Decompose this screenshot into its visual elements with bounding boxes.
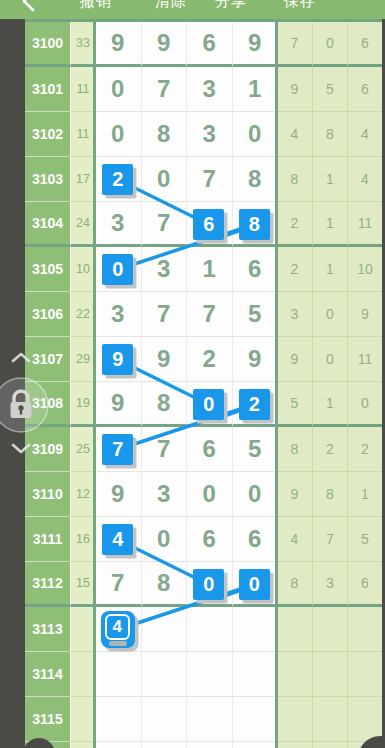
selected-digit[interactable]: 7 [102,434,133,465]
tail-cell: 8 [277,157,312,202]
digit-cell[interactable]: 9 [95,22,141,67]
digit-cell[interactable]: 6 [186,22,232,67]
digit-cell[interactable] [95,697,141,742]
digit-cell[interactable] [141,652,187,697]
period-cell: 3100 [25,22,70,67]
digit-cell[interactable]: 1 [232,67,278,112]
tail-cell: 9 [347,292,382,337]
tail-cell: 3 [312,562,347,607]
tail-cell: 11 [347,202,382,247]
table-row: 3106223775309 [25,292,382,337]
digit-cell[interactable] [186,742,232,748]
tail-cell: 4 [347,157,382,202]
tail-cell: 5 [277,382,312,427]
digit-cell[interactable]: 6 [186,427,232,472]
tail-cell: 2 [347,427,382,472]
digit-cell[interactable]: 9 [95,472,141,517]
tail-cell: 5 [347,517,382,562]
digit-cell[interactable] [186,652,232,697]
digit-cell[interactable]: 0 [95,112,141,157]
count-cell: 25 [70,427,95,472]
count-cell: 17 [70,157,95,202]
tail-cell: 10 [347,247,382,292]
table-row: 3102110830484 [25,112,382,157]
tail-cell: 1 [312,157,347,202]
period-cell: 3106 [25,292,70,337]
digit-cell[interactable]: 0 [141,157,187,202]
period-cell: 3115 [25,697,70,742]
digit-cell[interactable] [141,742,187,748]
period-cell: 3110 [25,472,70,517]
tail-cell: 4 [277,517,312,562]
lock-button[interactable] [0,348,51,463]
digit-cell[interactable]: 0 [141,517,187,562]
count-cell: 15 [70,562,95,607]
digit-cell[interactable]: 7 [95,562,141,607]
digit-cell[interactable]: 8 [141,382,187,427]
tail-cell: 6 [347,67,382,112]
digit-cell[interactable]: 9 [232,22,278,67]
count-cell: 19 [70,382,95,427]
period-cell: 3102 [25,112,70,157]
tail-cell: 9 [277,472,312,517]
tail-cell: 6 [347,22,382,67]
period-cell: 3103 [25,157,70,202]
tail-cell: 11 [347,337,382,382]
digit-cell[interactable]: 3 [186,67,232,112]
table-row: 3114 [25,652,382,697]
period-cell: 3101 [25,67,70,112]
table-row: 31072999299011 [25,337,382,382]
clear-button[interactable]: 清除 [155,0,187,11]
digit-cell[interactable] [141,697,187,742]
digit-cell[interactable] [186,697,232,742]
digit-cell[interactable] [141,607,187,652]
tail-cell: 0 [347,382,382,427]
table-row: 3103172078814 [25,157,382,202]
table-top-border [25,19,382,22]
digit-cell[interactable] [232,652,278,697]
digit-cell[interactable]: 8 [232,157,278,202]
selected-digit[interactable]: 0 [239,569,270,600]
back-icon[interactable] [14,0,64,16]
digit-cell[interactable]: 0 [95,67,141,112]
digit-cell[interactable]: 7 [141,67,187,112]
count-cell: 33 [70,22,95,67]
table-row: 31134 [25,607,382,652]
tail-cell: 1 [312,382,347,427]
tail-cell [347,652,382,697]
table-row: 3101110731956 [25,67,382,112]
digit-cell[interactable]: 1 [186,247,232,292]
count-cell: 12 [70,472,95,517]
tail-cell: 0 [312,292,347,337]
count-cell: 11 [70,112,95,157]
selected-digit[interactable]: 0 [193,569,224,600]
tail-cell: 3 [277,292,312,337]
digit-cell[interactable]: 6 [186,517,232,562]
tail-cell: 2 [312,427,347,472]
count-cell: 24 [70,202,95,247]
digit-cell[interactable]: 9 [232,337,278,382]
tail-cell: 4 [277,112,312,157]
tail-cell: 7 [277,22,312,67]
count-cell: 29 [70,337,95,382]
table-row: 31051003162110 [25,247,382,292]
tail-cell [277,742,312,748]
digit-cell[interactable]: 6 [232,247,278,292]
tail-cell [312,742,347,748]
tail-cell [277,697,312,742]
top-bar: 撤销 清除 分享 保存 [0,0,385,19]
count-cell: 11 [70,67,95,112]
digit-cell[interactable] [95,652,141,697]
table-row: 3110129300981 [25,472,382,517]
digit-cell[interactable] [232,697,278,742]
tail-cell [347,607,382,652]
digit-cell[interactable]: 7 [141,202,187,247]
tail-cell: 1 [312,247,347,292]
tail-cell [312,607,347,652]
tail-cell: 4 [347,112,382,157]
digit-cell[interactable]: 7 [186,157,232,202]
selected-digit[interactable]: 2 [102,164,133,195]
table-section-border-left [93,19,96,748]
tail-cell: 8 [277,427,312,472]
period-cell: 3104 [25,202,70,247]
marker-digit: 4 [105,614,130,640]
digit-cell[interactable]: 0 [186,472,232,517]
tail-cell: 1 [312,202,347,247]
period-cell: 3112 [25,562,70,607]
digit-cell[interactable]: 8 [141,562,187,607]
digit-cell[interactable]: 5 [232,427,278,472]
count-cell: 16 [70,517,95,562]
tail-cell [277,652,312,697]
table-row: 3109257765822 [25,427,382,472]
table-row: 3100339969706 [25,22,382,67]
tail-cell: 8 [312,472,347,517]
tail-cell: 9 [277,67,312,112]
selected-digit[interactable]: 4 [102,524,133,555]
period-cell: 3114 [25,652,70,697]
selected-digit[interactable]: 9 [102,344,133,375]
table-row: 3115 [25,697,382,742]
count-cell [70,652,95,697]
tail-cell: 5 [312,67,347,112]
digit-cell[interactable]: 6 [232,517,278,562]
table-row [25,742,382,748]
digit-cell[interactable] [232,742,278,748]
count-cell [70,607,95,652]
selected-digit-marker[interactable]: 4 [101,611,135,648]
digit-cell[interactable]: 3 [95,202,141,247]
expand-down-icon[interactable] [13,445,29,452]
tail-cell [312,697,347,742]
digit-cell[interactable]: 7 [141,292,187,337]
trend-chart-screen: 撤销 清除 分享 保存 3100339969706310111073195631… [0,0,385,748]
period-cell: 3113 [25,607,70,652]
tail-cell: 0 [312,337,347,382]
digit-cell[interactable]: 9 [95,382,141,427]
tail-cell: 7 [312,517,347,562]
tail-cell: 8 [277,562,312,607]
tail-cell: 9 [277,337,312,382]
digit-cell[interactable]: 3 [95,292,141,337]
count-cell: 22 [70,292,95,337]
tail-cell: 1 [347,472,382,517]
tail-cell: 6 [347,562,382,607]
selected-digit[interactable]: 2 [239,389,270,420]
period-cell: 3111 [25,517,70,562]
tail-cell: 0 [312,22,347,67]
count-cell [70,742,95,748]
digit-cell[interactable] [232,607,278,652]
selected-digit[interactable]: 0 [102,254,133,285]
expand-up-icon[interactable] [13,354,29,361]
tail-cell [277,607,312,652]
digit-cell[interactable]: 2 [186,337,232,382]
table-row: 3111164066475 [25,517,382,562]
tail-cell: 2 [277,247,312,292]
digit-cell[interactable]: 3 [141,247,187,292]
table-section-border-right [275,19,278,748]
digit-cell[interactable]: 8 [141,112,187,157]
share-button[interactable]: 分享 [215,0,247,11]
count-cell: 10 [70,247,95,292]
period-cell: 3105 [25,247,70,292]
digit-cell[interactable]: 0 [232,472,278,517]
tail-cell: 2 [277,202,312,247]
marker-drag-handle[interactable] [109,641,127,646]
selected-digit[interactable]: 8 [239,209,270,240]
digit-cell[interactable]: 9 [141,337,187,382]
selected-digit[interactable]: 0 [193,389,224,420]
digit-cell[interactable] [95,742,141,748]
tail-cell: 8 [312,112,347,157]
tail-cell [312,652,347,697]
digit-cell[interactable]: 0 [232,112,278,157]
undo-button[interactable]: 撤销 [80,0,112,11]
selected-digit[interactable]: 6 [193,209,224,240]
count-cell [70,697,95,742]
save-button[interactable]: 保存 [284,0,316,11]
chart-table: 3100339969706310111073195631021108304843… [25,22,382,748]
digit-cell[interactable] [186,607,232,652]
digit-cell[interactable]: 9 [141,22,187,67]
digit-cell[interactable]: 7 [186,292,232,337]
digit-cell[interactable]: 3 [141,472,187,517]
digit-cell[interactable]: 5 [232,292,278,337]
digit-cell[interactable]: 7 [141,427,187,472]
digit-cell[interactable]: 3 [186,112,232,157]
